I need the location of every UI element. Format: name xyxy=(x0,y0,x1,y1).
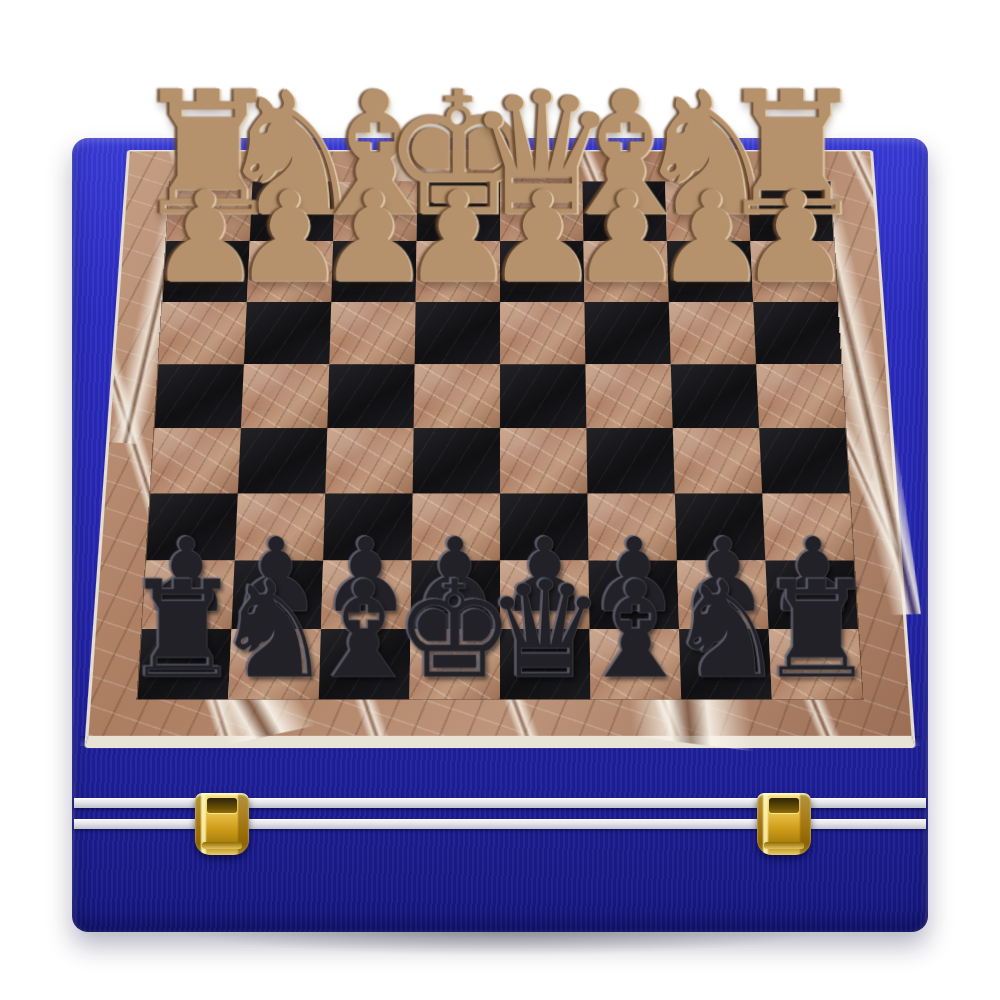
square-f4 xyxy=(327,364,414,428)
square-a2: ♟ xyxy=(750,241,837,302)
square-e4 xyxy=(414,364,500,428)
square-e5 xyxy=(413,428,500,493)
square-e3 xyxy=(415,302,500,364)
board-scene: ♜♞♝♚♛♝♞♜♟♟♟♟♟♟♟♟♟♟♟♟♟♟♟♟♜♞♝♚♛♝♞♜ xyxy=(0,0,1000,1000)
square-g3 xyxy=(244,302,331,364)
square-h5 xyxy=(150,428,240,493)
square-c5 xyxy=(586,428,674,493)
square-f5 xyxy=(325,428,413,493)
white-pawn: ♟ xyxy=(739,175,852,301)
marble-chessboard: ♜♞♝♚♛♝♞♜♟♟♟♟♟♟♟♟♟♟♟♟♟♟♟♟♜♞♝♚♛♝♞♜ xyxy=(84,150,915,748)
square-a3 xyxy=(753,302,841,364)
square-b4 xyxy=(671,364,759,428)
square-a5 xyxy=(759,428,849,493)
square-c3 xyxy=(584,302,670,364)
black-rook: ♜ xyxy=(757,563,878,698)
square-d4 xyxy=(500,364,586,428)
square-a8: ♜ xyxy=(769,629,863,699)
square-g5 xyxy=(238,428,327,493)
square-d3 xyxy=(500,302,585,364)
square-b3 xyxy=(669,302,756,364)
square-h4 xyxy=(155,364,244,428)
board-grid: ♜♞♝♚♛♝♞♜♟♟♟♟♟♟♟♟♟♟♟♟♟♟♟♟♜♞♝♚♛♝♞♜ xyxy=(137,181,862,699)
product-photo-stage: ♜♞♝♚♛♝♞♜♟♟♟♟♟♟♟♟♟♟♟♟♟♟♟♟♜♞♝♚♛♝♞♜ xyxy=(0,0,1000,1000)
square-d5 xyxy=(500,428,587,493)
square-f3 xyxy=(329,302,415,364)
square-c4 xyxy=(585,364,672,428)
square-g4 xyxy=(241,364,329,428)
square-b5 xyxy=(673,428,762,493)
